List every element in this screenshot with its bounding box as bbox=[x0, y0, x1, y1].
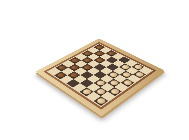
photo-background bbox=[0, 0, 189, 140]
checkers-board bbox=[35, 38, 164, 116]
board-grid bbox=[48, 44, 151, 106]
